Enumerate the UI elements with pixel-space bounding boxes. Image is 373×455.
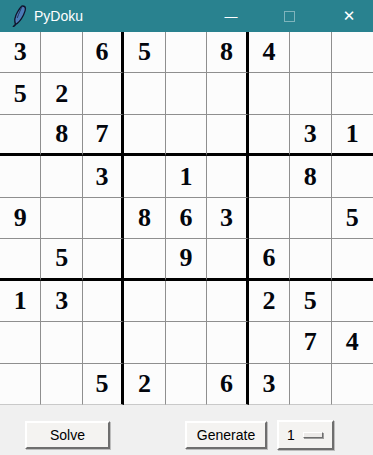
cell-r2c2[interactable]: 2 [41,73,82,114]
window-title: PyDoku [34,0,83,32]
cell-r3c9[interactable]: 1 [332,115,373,156]
cell-r6c7[interactable]: 6 [249,239,290,280]
dropdown-indicator-icon [303,432,323,438]
cell-r7c7[interactable]: 2 [249,281,290,322]
cell-r5c7[interactable] [249,198,290,239]
close-icon: ✕ [343,7,356,25]
cell-r2c3[interactable] [83,73,124,114]
solve-button-label: Solve [50,427,85,443]
cell-r5c8[interactable] [290,198,331,239]
cell-r6c6[interactable] [207,239,248,280]
title-bar: PyDoku — ✕ [0,0,373,32]
cell-r1c3[interactable]: 6 [83,32,124,73]
cell-r8c3[interactable] [83,322,124,363]
cell-r7c6[interactable] [207,281,248,322]
cell-r8c8[interactable]: 7 [290,322,331,363]
cell-r9c1[interactable] [0,364,41,405]
cell-r7c3[interactable] [83,281,124,322]
cell-r6c1[interactable] [0,239,41,280]
cell-r8c1[interactable] [0,322,41,363]
maximize-button[interactable] [266,0,312,32]
cell-r3c2[interactable]: 8 [41,115,82,156]
solve-button[interactable]: Solve [25,421,110,449]
cell-r1c5[interactable] [166,32,207,73]
cell-r8c4[interactable] [124,322,165,363]
cell-r1c1[interactable]: 3 [0,32,41,73]
cell-r4c9[interactable] [332,156,373,197]
cell-r5c1[interactable]: 9 [0,198,41,239]
cell-r3c4[interactable] [124,115,165,156]
cell-r7c1[interactable]: 1 [0,281,41,322]
cell-r1c7[interactable]: 4 [249,32,290,73]
cell-r9c9[interactable] [332,364,373,405]
cell-r4c3[interactable]: 3 [83,156,124,197]
cell-r2c6[interactable] [207,73,248,114]
cell-r2c4[interactable] [124,73,165,114]
cell-r4c2[interactable] [41,156,82,197]
cell-r9c6[interactable]: 6 [207,364,248,405]
pydoku-window: PyDoku — ✕ 36584528731318986355961325745… [0,0,373,455]
cell-r3c5[interactable] [166,115,207,156]
cell-r4c6[interactable] [207,156,248,197]
cell-r8c5[interactable] [166,322,207,363]
generate-button-label: Generate [197,427,255,443]
cell-r8c2[interactable] [41,322,82,363]
cell-r4c1[interactable] [0,156,41,197]
cell-r5c6[interactable]: 3 [207,198,248,239]
cell-r5c9[interactable]: 5 [332,198,373,239]
minimize-button[interactable]: — [208,0,254,32]
cell-r3c6[interactable] [207,115,248,156]
cell-r1c6[interactable]: 8 [207,32,248,73]
cell-r2c9[interactable] [332,73,373,114]
cell-r6c8[interactable] [290,239,331,280]
cell-r2c7[interactable] [249,73,290,114]
cell-r4c7[interactable] [249,156,290,197]
cell-r9c3[interactable]: 5 [83,364,124,405]
cell-r4c8[interactable]: 8 [290,156,331,197]
cell-r9c8[interactable] [290,364,331,405]
cell-r9c5[interactable] [166,364,207,405]
cell-r2c8[interactable] [290,73,331,114]
cell-r3c7[interactable] [249,115,290,156]
cell-r7c9[interactable] [332,281,373,322]
cell-r5c3[interactable] [83,198,124,239]
sudoku-grid: 36584528731318986355961325745263 [0,32,373,405]
cell-r6c3[interactable] [83,239,124,280]
cell-r7c5[interactable] [166,281,207,322]
minimize-icon: — [225,9,238,24]
cell-r1c2[interactable] [41,32,82,73]
cell-r5c2[interactable] [41,198,82,239]
cell-r6c4[interactable] [124,239,165,280]
tk-feather-icon [9,5,29,27]
cell-r3c1[interactable] [0,115,41,156]
cell-r7c8[interactable]: 5 [290,281,331,322]
cell-r4c5[interactable]: 1 [166,156,207,197]
cell-r7c4[interactable] [124,281,165,322]
cell-r6c2[interactable]: 5 [41,239,82,280]
cell-r3c8[interactable]: 3 [290,115,331,156]
bottom-toolbar: Solve Generate 1 [0,405,373,455]
cell-r9c2[interactable] [41,364,82,405]
level-dropdown-value: 1 [287,427,295,443]
cell-r5c5[interactable]: 6 [166,198,207,239]
cell-r8c7[interactable] [249,322,290,363]
cell-r9c4[interactable]: 2 [124,364,165,405]
cell-r1c8[interactable] [290,32,331,73]
cell-r3c3[interactable]: 7 [83,115,124,156]
cell-r7c2[interactable]: 3 [41,281,82,322]
cell-r4c4[interactable] [124,156,165,197]
cell-r9c7[interactable]: 3 [249,364,290,405]
cell-r8c9[interactable]: 4 [332,322,373,363]
cell-r1c4[interactable]: 5 [124,32,165,73]
close-button[interactable]: ✕ [326,0,372,32]
cell-r2c1[interactable]: 5 [0,73,41,114]
cell-r6c5[interactable]: 9 [166,239,207,280]
cell-r6c9[interactable] [332,239,373,280]
cell-r2c5[interactable] [166,73,207,114]
generate-button[interactable]: Generate [185,421,267,449]
cell-r8c6[interactable] [207,322,248,363]
level-dropdown[interactable]: 1 [277,420,334,450]
cell-r5c4[interactable]: 8 [124,198,165,239]
cell-r1c9[interactable] [332,32,373,73]
maximize-icon [284,11,295,22]
